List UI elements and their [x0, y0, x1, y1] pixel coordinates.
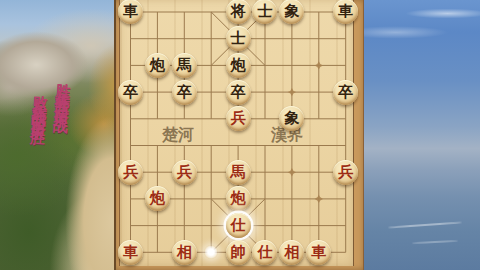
- black-piece-卒[interactable]: 卒: [171, 79, 198, 106]
- red-piece-炮[interactable]: 炮: [225, 185, 252, 212]
- black-piece-馬[interactable]: 馬: [171, 52, 198, 79]
- red-piece-相[interactable]: 相: [278, 239, 305, 266]
- red-piece-相[interactable]: 相: [171, 239, 198, 266]
- black-piece-車[interactable]: 車: [332, 0, 359, 25]
- background-sea-sky-photo: [350, 0, 480, 270]
- red-piece-仕[interactable]: 仕: [225, 212, 252, 239]
- black-piece-卒[interactable]: 卒: [117, 79, 144, 106]
- board-grid[interactable]: 車将士象車士炮馬炮卒卒卒卒兵象兵兵馬兵炮炮仕車相帥仕相車: [117, 0, 359, 265]
- black-piece-卒[interactable]: 卒: [332, 79, 359, 106]
- black-piece-士[interactable]: 士: [251, 0, 278, 25]
- quote-column-defeat: 败兵先战而后求胜: [31, 83, 49, 124]
- move-origin-dot: [198, 239, 225, 266]
- red-piece-兵[interactable]: 兵: [117, 159, 144, 186]
- red-piece-炮[interactable]: 炮: [144, 185, 171, 212]
- black-piece-車[interactable]: 車: [117, 0, 144, 25]
- red-piece-兵[interactable]: 兵: [225, 105, 252, 132]
- black-piece-将[interactable]: 将: [225, 0, 252, 25]
- red-piece-車[interactable]: 車: [117, 239, 144, 266]
- red-piece-仕[interactable]: 仕: [251, 239, 278, 266]
- xiangqi-board: 楚河 漢界 車将士象車士炮馬炮卒卒卒卒兵象兵兵馬兵炮炮仕車相帥仕相車: [114, 0, 364, 270]
- black-piece-士[interactable]: 士: [225, 25, 252, 52]
- background-cliff-photo: [0, 0, 130, 270]
- red-piece-馬[interactable]: 馬: [225, 159, 252, 186]
- black-piece-炮[interactable]: 炮: [144, 52, 171, 79]
- red-piece-兵[interactable]: 兵: [171, 159, 198, 186]
- black-piece-象[interactable]: 象: [278, 0, 305, 25]
- black-piece-象[interactable]: 象: [278, 105, 305, 132]
- quote-column-victory: 胜兵先胜而后求战: [54, 71, 72, 112]
- red-piece-帥[interactable]: 帥: [225, 239, 252, 266]
- black-piece-炮[interactable]: 炮: [225, 52, 252, 79]
- red-piece-車[interactable]: 車: [305, 239, 332, 266]
- black-piece-卒[interactable]: 卒: [225, 79, 252, 106]
- red-piece-兵[interactable]: 兵: [332, 159, 359, 186]
